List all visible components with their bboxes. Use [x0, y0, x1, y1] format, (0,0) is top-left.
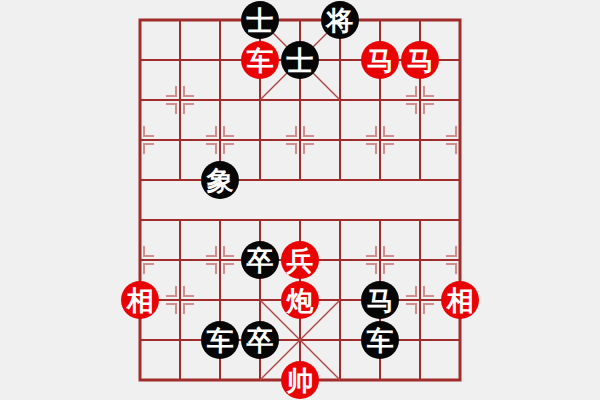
piece-black-chariot[interactable]: 车 — [361, 321, 399, 359]
piece-red-cannon[interactable]: 炮 — [281, 281, 319, 319]
xiangqi-app: 士将车士马马象卒兵相炮马相车卒车帅 — [0, 0, 600, 400]
piece-red-horse[interactable]: 马 — [361, 41, 399, 79]
piece-black-advisor[interactable]: 士 — [281, 41, 319, 79]
piece-red-general[interactable]: 帅 — [281, 361, 319, 399]
pieces-layer: 士将车士马马象卒兵相炮马相车卒车帅 — [0, 0, 600, 400]
piece-black-soldier[interactable]: 卒 — [241, 321, 279, 359]
piece-red-elephant[interactable]: 相 — [121, 281, 159, 319]
piece-red-chariot[interactable]: 车 — [241, 41, 279, 79]
piece-black-horse[interactable]: 马 — [361, 281, 399, 319]
piece-black-elephant[interactable]: 象 — [201, 161, 239, 199]
piece-black-chariot[interactable]: 车 — [201, 321, 239, 359]
piece-black-advisor[interactable]: 士 — [241, 1, 279, 39]
piece-red-elephant[interactable]: 相 — [441, 281, 479, 319]
piece-red-horse[interactable]: 马 — [401, 41, 439, 79]
piece-black-general[interactable]: 将 — [321, 1, 359, 39]
piece-red-soldier[interactable]: 兵 — [281, 241, 319, 279]
piece-black-soldier[interactable]: 卒 — [241, 241, 279, 279]
